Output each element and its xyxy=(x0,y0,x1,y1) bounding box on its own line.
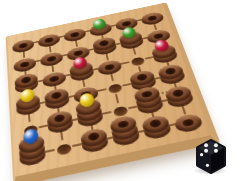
cell-r5c3[interactable] xyxy=(76,105,104,128)
ring-hole xyxy=(104,63,115,71)
cell-r6c1[interactable] xyxy=(19,142,46,167)
ring-hole xyxy=(20,61,30,68)
cell-r6c3[interactable] xyxy=(80,129,109,154)
wooden-ring xyxy=(42,71,67,89)
cell-r3c6[interactable] xyxy=(151,45,179,65)
ring-hole xyxy=(54,114,65,123)
cell-r2c1[interactable] xyxy=(13,54,36,73)
cell-r1c3[interactable] xyxy=(63,25,87,43)
ring-hole xyxy=(182,118,195,127)
wooden-ring xyxy=(40,51,64,68)
ring-hole xyxy=(136,73,148,81)
wooden-ring xyxy=(173,113,204,134)
ring-hole xyxy=(99,40,109,47)
wooden-ring xyxy=(12,38,34,54)
cell-r2c5[interactable] xyxy=(119,32,145,51)
cell-r4c4[interactable] xyxy=(101,77,129,98)
ring-hole xyxy=(153,32,164,39)
ring-hole xyxy=(47,55,57,62)
cell-r4c6[interactable] xyxy=(157,65,186,86)
cell-r3c5[interactable] xyxy=(124,51,151,71)
wooden-ring xyxy=(97,59,123,77)
wooden-ring xyxy=(13,57,36,74)
empty-hole xyxy=(130,57,145,67)
ring-hole xyxy=(70,31,80,38)
die-graphic xyxy=(194,138,230,178)
board-surface xyxy=(7,3,211,176)
cell-r3c3[interactable] xyxy=(69,62,95,82)
die-pip xyxy=(214,149,218,153)
cell-r5c2[interactable] xyxy=(47,111,74,134)
die-pip xyxy=(200,153,203,156)
ring-hole xyxy=(147,15,158,22)
empty-hole xyxy=(56,143,71,156)
die[interactable] xyxy=(194,138,230,178)
photo-scene xyxy=(0,0,246,181)
die-pip xyxy=(214,143,218,147)
ring-hole xyxy=(141,90,153,98)
cell-r1c1[interactable] xyxy=(12,36,34,54)
cell-r6c2[interactable] xyxy=(49,136,77,161)
ring-hole xyxy=(88,132,100,141)
die-pip xyxy=(204,143,208,147)
cell-r4c1[interactable] xyxy=(16,95,41,117)
game-board xyxy=(6,2,221,181)
wooden-ring xyxy=(140,11,165,26)
wooden-ring xyxy=(63,27,86,43)
cell-r3c4[interactable] xyxy=(96,56,123,76)
wooden-ring xyxy=(38,33,61,49)
cell-r3c2[interactable] xyxy=(42,68,67,88)
cell-r2c2[interactable] xyxy=(40,49,64,68)
ring-hole xyxy=(73,49,83,56)
cell-r1c4[interactable] xyxy=(88,20,112,38)
ring-hole xyxy=(19,42,28,49)
empty-hole xyxy=(107,83,122,94)
ring-hole xyxy=(49,75,59,83)
ring-hole xyxy=(165,67,177,75)
cell-r5c6[interactable] xyxy=(164,86,195,109)
cell-r6c4[interactable] xyxy=(111,123,141,148)
ring-hole xyxy=(117,120,129,129)
cell-r5c5[interactable] xyxy=(135,93,165,116)
ring-hole xyxy=(121,20,131,27)
cell-r2c4[interactable] xyxy=(92,37,117,56)
cell-r4c2[interactable] xyxy=(44,89,70,111)
ring-hole xyxy=(172,89,184,97)
ring-hole xyxy=(21,76,31,84)
cell-r6c6[interactable] xyxy=(172,110,204,134)
cell-r1c6[interactable] xyxy=(139,9,165,26)
die-pip xyxy=(206,164,209,167)
cell-r1c2[interactable] xyxy=(37,31,60,49)
ring-hole xyxy=(51,91,62,99)
die-pip xyxy=(204,149,208,153)
cell-r6c5[interactable] xyxy=(141,116,172,140)
ring-hole xyxy=(149,119,162,128)
ring-hole xyxy=(44,37,54,44)
